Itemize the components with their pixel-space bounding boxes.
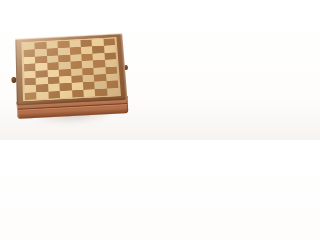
board-square[interactable] [59,90,71,98]
chess-board [21,37,121,101]
board-square[interactable] [106,88,118,96]
board-square[interactable] [94,88,106,96]
board-square[interactable] [71,90,83,98]
board-square[interactable] [36,91,48,99]
board-square[interactable] [83,89,95,97]
board-top-lid [15,33,127,105]
board-square[interactable] [24,92,36,100]
board-square[interactable] [48,91,60,99]
chess-box [0,0,140,140]
